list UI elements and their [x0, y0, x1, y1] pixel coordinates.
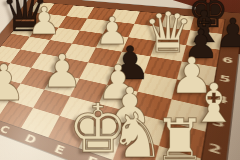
white-pawn-d3[interactable]: ♟: [41, 48, 82, 94]
pieces-layer: ♛♚♝♟♟♟♟♟♛♟♟♟♝♟♚♞♜♟: [0, 0, 240, 160]
white-pawn-b6[interactable]: ♟: [27, 2, 61, 40]
white-rook-h1[interactable]: ♜: [154, 111, 206, 160]
chessboard-photo: ABCDEFGH12345678 ♛♚♝♟♟♟♟♟♛♟♟♟♝♟♚♞♜♟: [0, 0, 240, 160]
white-pawn-b2[interactable]: ♟: [0, 58, 26, 108]
